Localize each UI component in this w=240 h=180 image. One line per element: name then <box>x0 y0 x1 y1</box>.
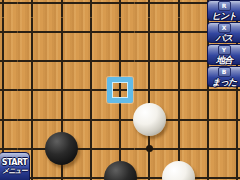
menu-button-label: まった <box>212 77 237 87</box>
board-intersection[interactable] <box>135 105 164 134</box>
menu-button-undo[interactable]: Bまった <box>207 66 240 87</box>
board-intersection[interactable] <box>164 76 193 105</box>
board-intersection[interactable] <box>76 47 105 76</box>
board-intersection[interactable] <box>193 105 222 134</box>
board-intersection[interactable] <box>135 134 164 163</box>
board-intersection[interactable] <box>164 134 193 163</box>
board-intersection[interactable] <box>135 76 164 105</box>
key-badge-b: B <box>218 67 231 77</box>
board-intersection[interactable] <box>135 47 164 76</box>
board-intersection[interactable] <box>105 18 134 47</box>
board-intersection[interactable] <box>0 76 18 105</box>
key-badge-y: Y <box>218 45 231 55</box>
board-intersection[interactable] <box>47 134 76 163</box>
board-intersection[interactable] <box>222 134 240 163</box>
start-key-label: START <box>2 158 28 167</box>
board-intersection[interactable] <box>47 0 76 18</box>
key-badge-x: X <box>218 23 231 33</box>
board-intersection[interactable] <box>105 47 134 76</box>
board-intersection[interactable] <box>0 47 18 76</box>
board-intersection[interactable] <box>135 163 164 180</box>
board-intersection[interactable] <box>47 163 76 180</box>
board-intersection[interactable] <box>135 0 164 18</box>
board-intersection[interactable] <box>105 76 134 105</box>
board-intersection[interactable] <box>47 105 76 134</box>
board-intersection[interactable] <box>76 134 105 163</box>
start-menu-label: メニュー <box>2 167 27 176</box>
key-badge-r: R <box>218 1 231 11</box>
star-point <box>146 145 153 152</box>
go-game-screen: RヒントXパスY地合Bまった START メニュー <box>0 0 240 180</box>
white-stone <box>162 161 195 180</box>
menu-button-pass[interactable]: Xパス <box>207 22 240 43</box>
board-intersection[interactable] <box>76 76 105 105</box>
start-menu-button[interactable]: START メニュー <box>0 152 30 180</box>
board-intersection[interactable] <box>193 163 222 180</box>
board-intersection[interactable] <box>0 18 18 47</box>
black-stone <box>104 161 137 180</box>
board-intersection[interactable] <box>18 76 47 105</box>
menu-button-count[interactable]: Y地合 <box>207 44 240 65</box>
board-intersection[interactable] <box>164 105 193 134</box>
menu-button-label: ヒント <box>212 11 237 21</box>
board-grid <box>0 0 240 180</box>
board-intersection[interactable] <box>105 163 134 180</box>
menu-button-label: 地合 <box>216 55 232 65</box>
board-intersection[interactable] <box>47 76 76 105</box>
right-menu: RヒントXパスY地合Bまった <box>207 0 240 87</box>
black-stone <box>45 132 78 165</box>
menu-button-hint[interactable]: Rヒント <box>207 0 240 21</box>
board-intersection[interactable] <box>0 0 18 18</box>
board-intersection[interactable] <box>135 18 164 47</box>
board-intersection[interactable] <box>18 47 47 76</box>
board-intersection[interactable] <box>76 105 105 134</box>
board-intersection[interactable] <box>164 18 193 47</box>
board-intersection[interactable] <box>222 163 240 180</box>
board-intersection[interactable] <box>18 105 47 134</box>
board-intersection[interactable] <box>76 18 105 47</box>
board-intersection[interactable] <box>76 163 105 180</box>
menu-button-label: パス <box>216 33 232 43</box>
board-intersection[interactable] <box>164 0 193 18</box>
board-intersection[interactable] <box>18 0 47 18</box>
white-stone <box>133 103 166 136</box>
board-intersection[interactable] <box>0 105 18 134</box>
board-intersection[interactable] <box>105 0 134 18</box>
board-cursor <box>107 77 133 103</box>
board-intersection[interactable] <box>47 18 76 47</box>
board-intersection[interactable] <box>18 18 47 47</box>
board-intersection[interactable] <box>164 163 193 180</box>
board-intersection[interactable] <box>105 134 134 163</box>
board-intersection[interactable] <box>105 105 134 134</box>
board-intersection[interactable] <box>193 134 222 163</box>
board-intersection[interactable] <box>222 105 240 134</box>
board-intersection[interactable] <box>76 0 105 18</box>
board-intersection[interactable] <box>47 47 76 76</box>
board-intersection[interactable] <box>164 47 193 76</box>
